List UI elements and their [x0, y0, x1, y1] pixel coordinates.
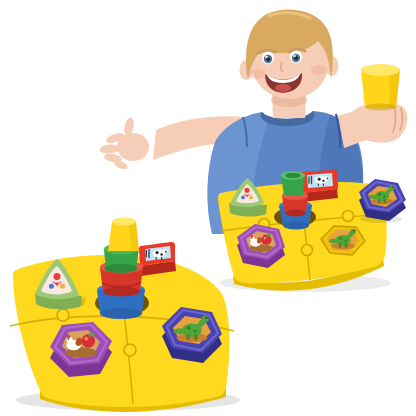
- held-cup: [361, 64, 400, 110]
- stacking-cups-left: [97, 218, 145, 320]
- eye-left: [262, 52, 274, 65]
- photo-canvas: [0, 0, 416, 416]
- scene-illustration: [0, 0, 416, 416]
- jigsaw-knob: [57, 309, 69, 321]
- puzzle-board-right: [218, 170, 406, 292]
- boy-head: [240, 9, 339, 118]
- boy-left-arm: [338, 64, 407, 148]
- cup-yellow: [108, 218, 139, 252]
- jigsaw-knob: [124, 344, 136, 356]
- jigsaw-knob: [343, 211, 354, 222]
- puzzle-board-left: [10, 218, 240, 412]
- eye-right: [290, 51, 302, 64]
- square-block: [139, 242, 176, 276]
- jigsaw-knob: [302, 245, 313, 256]
- cup-green: [281, 171, 305, 195]
- boy-right-hand: [99, 117, 149, 171]
- cheek-left: [249, 69, 265, 79]
- cheek-right: [311, 65, 327, 75]
